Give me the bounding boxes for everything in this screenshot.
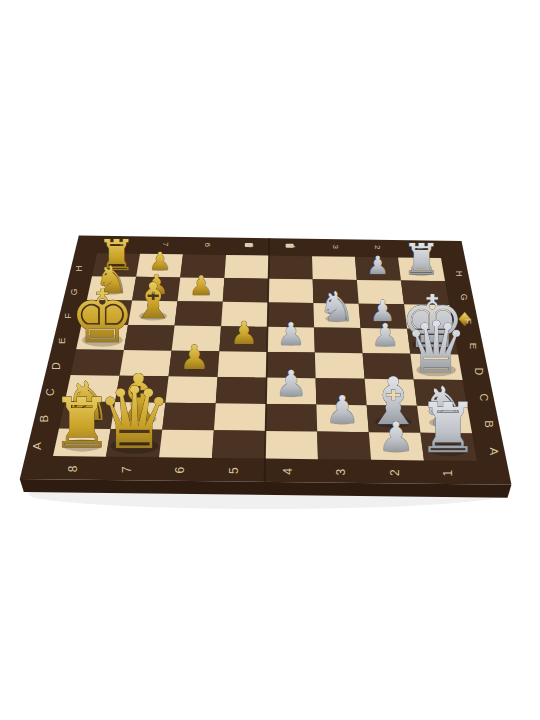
piece-gold-pawn-e5: ♟ [230,315,258,351]
file-label-right-h: H [454,271,464,277]
file-label-left-b: B [38,415,50,423]
rank-label-top-5: 5 [246,243,255,248]
square-d3 [315,353,365,379]
rank-label-top-3: 3 [331,244,340,249]
piece-gold-pawn-d6: ♟ [179,338,209,377]
square-b4 [266,404,318,432]
piece-silver-rook-h1: ♜ [402,235,440,284]
square-e3 [314,327,362,353]
file-label-right-e: E [468,343,479,350]
rank-label-bottom-1: 1 [441,470,455,477]
square-h5 [224,255,269,279]
rank-label-bottom-4: 4 [281,468,295,475]
rank-label-top-6: 6 [203,243,212,248]
square-g4 [268,279,313,303]
rank-label-bottom-3: 3 [334,468,348,475]
square-a5 [212,430,266,458]
square-b5 [214,403,266,431]
square-h4 [269,256,313,280]
piece-silver-pawn-a2: ♟ [378,413,415,461]
rank-label-bottom-2: 2 [388,469,402,476]
piece-silver-pawn-e2: ♟ [371,317,399,353]
file-label-left-e: E [56,337,67,344]
piece-silver-pawn-e4: ♟ [277,316,305,352]
rank-label-top-2: 2 [373,245,382,250]
piece-silver-pawn-h2: ♟ [366,251,388,280]
rank-label-top-7: 7 [161,242,170,247]
piece-gold-pawn-g6: ♟ [189,270,213,301]
file-label-right-b: B [483,420,495,428]
square-c5 [216,377,267,404]
file-label-left-d: D [51,362,62,369]
square-c6 [165,376,217,403]
rank-label-bottom-8: 8 [66,465,80,472]
square-a4 [265,431,318,459]
piece-silver-pawn-c4: ♟ [275,363,307,404]
piece-gold-bishop-f7: ♝ [131,272,176,330]
rank-label-top-4: 4 [288,244,297,249]
rank-label-bottom-5: 5 [227,467,241,474]
product-photo: HHGGFFEEDDCCBBAA8765432187654321♜♟♟♜♞♟♟♝… [0,0,540,720]
file-label-left-a: A [30,442,44,450]
piece-silver-rook-a1: ♜ [417,388,479,468]
square-d5 [218,351,268,377]
piece-gold-king-e8: ♚ [70,275,135,359]
square-a3 [317,432,371,460]
file-label-right-c: C [478,394,490,402]
piece-silver-pawn-b3: ♟ [325,387,359,432]
square-h3 [312,256,357,280]
square-f6 [175,301,223,326]
rank-label-bottom-6: 6 [173,466,187,473]
file-label-right-d: D [473,368,484,375]
piece-silver-knight-f3: ♞ [318,283,355,331]
piece-gold-queen-a7: ♛ [96,369,173,468]
square-g5 [223,278,269,302]
chess-board: HHGGFFEEDDCCBBAA8765432187654321♜♟♟♜♞♟♟♝… [0,0,540,720]
file-label-right-a: A [487,447,501,455]
file-label-left-h: H [74,265,84,271]
